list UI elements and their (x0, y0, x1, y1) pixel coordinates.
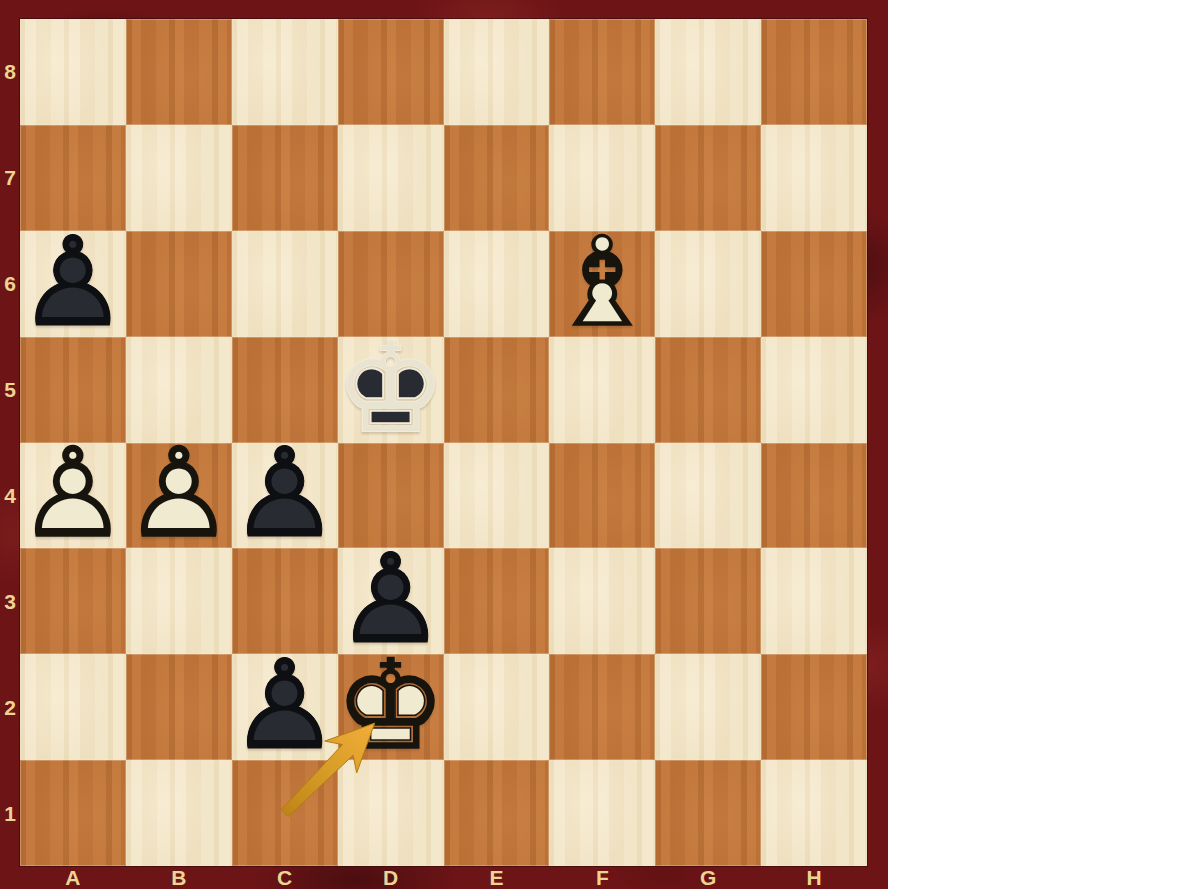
square-d2[interactable]: ♚♔ (338, 654, 444, 760)
square-c1[interactable] (232, 760, 338, 866)
square-d8[interactable] (338, 19, 444, 125)
white-bishop: ♝♗ (549, 231, 655, 337)
file-label-c: C (232, 866, 338, 889)
square-h5[interactable] (761, 337, 867, 443)
square-d7[interactable] (338, 125, 444, 231)
square-d5[interactable]: ♚♔ (338, 337, 444, 443)
black-pawn: ♟♙ (232, 443, 338, 549)
square-d6[interactable] (338, 231, 444, 337)
square-h1[interactable] (761, 760, 867, 866)
square-h8[interactable] (761, 19, 867, 125)
square-b5[interactable] (126, 337, 232, 443)
square-e8[interactable] (444, 19, 550, 125)
square-a4[interactable]: ♟♙ (20, 443, 126, 549)
square-b2[interactable] (126, 654, 232, 760)
square-f5[interactable] (549, 337, 655, 443)
square-b1[interactable] (126, 760, 232, 866)
rank-label-7: 7 (0, 125, 20, 231)
square-h2[interactable] (761, 654, 867, 760)
square-b6[interactable] (126, 231, 232, 337)
square-b7[interactable] (126, 125, 232, 231)
file-label-g: G (655, 866, 761, 889)
square-a2[interactable] (20, 654, 126, 760)
square-a8[interactable] (20, 19, 126, 125)
square-g3[interactable] (655, 548, 761, 654)
square-d1[interactable] (338, 760, 444, 866)
square-c6[interactable] (232, 231, 338, 337)
square-f8[interactable] (549, 19, 655, 125)
file-label-a: A (20, 866, 126, 889)
square-c3[interactable] (232, 548, 338, 654)
file-label-e: E (444, 866, 550, 889)
square-a7[interactable] (20, 125, 126, 231)
square-f2[interactable] (549, 654, 655, 760)
rank-label-3: 3 (0, 548, 20, 654)
chess-board: ♟♙♝♗♚♔♟♙♟♙♟♙♟♙♟♙♚♔ 87654321 ABCDEFGH (0, 0, 888, 889)
square-c5[interactable] (232, 337, 338, 443)
square-d3[interactable]: ♟♙ (338, 548, 444, 654)
rank-label-8: 8 (0, 19, 20, 125)
square-e5[interactable] (444, 337, 550, 443)
square-f3[interactable] (549, 548, 655, 654)
square-c4[interactable]: ♟♙ (232, 443, 338, 549)
square-g2[interactable] (655, 654, 761, 760)
square-c8[interactable] (232, 19, 338, 125)
square-g6[interactable] (655, 231, 761, 337)
square-e6[interactable] (444, 231, 550, 337)
rank-labels: 87654321 (0, 19, 20, 866)
square-g1[interactable] (655, 760, 761, 866)
square-e1[interactable] (444, 760, 550, 866)
rank-label-1: 1 (0, 760, 20, 866)
square-d4[interactable] (338, 443, 444, 549)
black-pawn: ♟♙ (232, 654, 338, 760)
square-b3[interactable] (126, 548, 232, 654)
square-g8[interactable] (655, 19, 761, 125)
square-b8[interactable] (126, 19, 232, 125)
rank-label-4: 4 (0, 443, 20, 549)
file-label-b: B (126, 866, 232, 889)
black-pawn: ♟♙ (338, 548, 444, 654)
rank-label-2: 2 (0, 654, 20, 760)
square-g5[interactable] (655, 337, 761, 443)
square-a1[interactable] (20, 760, 126, 866)
file-label-h: H (761, 866, 867, 889)
square-c2[interactable]: ♟♙ (232, 654, 338, 760)
white-pawn: ♟♙ (126, 443, 232, 549)
file-label-f: F (549, 866, 655, 889)
black-pawn: ♟♙ (20, 231, 126, 337)
square-e7[interactable] (444, 125, 550, 231)
square-g7[interactable] (655, 125, 761, 231)
square-a3[interactable] (20, 548, 126, 654)
square-e4[interactable] (444, 443, 550, 549)
square-a5[interactable] (20, 337, 126, 443)
square-e3[interactable] (444, 548, 550, 654)
square-c7[interactable] (232, 125, 338, 231)
square-b4[interactable]: ♟♙ (126, 443, 232, 549)
white-pawn: ♟♙ (20, 443, 126, 549)
square-h4[interactable] (761, 443, 867, 549)
board-squares: ♟♙♝♗♚♔♟♙♟♙♟♙♟♙♟♙♚♔ (20, 19, 867, 866)
square-f1[interactable] (549, 760, 655, 866)
black-king: ♚♔ (338, 337, 444, 443)
square-h6[interactable] (761, 231, 867, 337)
file-labels: ABCDEFGH (20, 866, 867, 889)
square-h7[interactable] (761, 125, 867, 231)
rank-label-5: 5 (0, 337, 20, 443)
square-h3[interactable] (761, 548, 867, 654)
rank-label-6: 6 (0, 231, 20, 337)
square-f4[interactable] (549, 443, 655, 549)
square-g4[interactable] (655, 443, 761, 549)
file-label-d: D (338, 866, 444, 889)
square-f6[interactable]: ♝♗ (549, 231, 655, 337)
square-f7[interactable] (549, 125, 655, 231)
square-a6[interactable]: ♟♙ (20, 231, 126, 337)
square-e2[interactable] (444, 654, 550, 760)
white-king: ♚♔ (338, 654, 444, 760)
